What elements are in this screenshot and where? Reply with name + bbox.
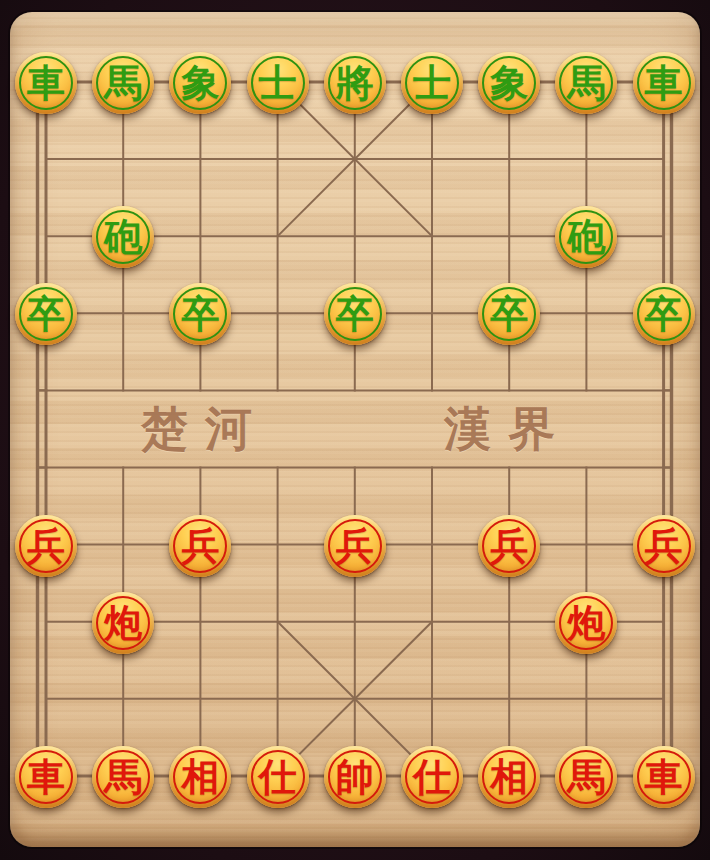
piece-character: 士 [413,52,451,114]
river-label-chu: 楚河 [141,398,269,461]
piece-ring [637,750,691,804]
piece-character: 相 [490,746,528,808]
piece-red-soldier[interactable]: 兵 [324,515,386,577]
piece-green-chariot[interactable]: 車 [633,52,695,114]
piece-character: 車 [645,52,683,114]
piece-character: 砲 [567,206,605,268]
piece-character: 卒 [336,283,374,345]
piece-red-cannon[interactable]: 炮 [555,592,617,654]
piece-ring [96,56,150,110]
piece-green-advisor[interactable]: 士 [247,52,309,114]
piece-character: 兵 [181,515,219,577]
piece-ring [96,210,150,264]
piece-character: 車 [27,746,65,808]
piece-red-advisor[interactable]: 仕 [401,746,463,808]
piece-character: 車 [27,52,65,114]
piece-red-horse[interactable]: 馬 [555,746,617,808]
piece-character: 卒 [181,283,219,345]
piece-character: 馬 [567,746,605,808]
piece-ring [173,750,227,804]
piece-character: 帥 [336,746,374,808]
piece-ring [559,750,613,804]
piece-character: 卒 [645,283,683,345]
piece-ring [482,287,536,341]
piece-character: 卒 [27,283,65,345]
piece-character: 馬 [104,746,142,808]
piece-red-soldier[interactable]: 兵 [478,515,540,577]
river-label-han: 漢界 [444,398,572,461]
piece-green-cannon[interactable]: 砲 [92,206,154,268]
piece-ring [251,56,305,110]
xiangqi-app: 楚河 漢界 車馬象士將士象馬車砲砲卒卒卒卒卒兵兵兵兵兵炮炮車馬相仕帥仕相馬車 [0,0,710,860]
piece-ring [96,750,150,804]
piece-ring [482,750,536,804]
piece-green-horse[interactable]: 馬 [555,52,617,114]
piece-character: 兵 [27,515,65,577]
piece-character: 馬 [567,52,605,114]
piece-red-advisor[interactable]: 仕 [247,746,309,808]
piece-character: 兵 [645,515,683,577]
piece-red-elephant[interactable]: 相 [169,746,231,808]
piece-red-elephant[interactable]: 相 [478,746,540,808]
piece-ring [482,519,536,573]
piece-ring [559,596,613,650]
piece-ring [173,519,227,573]
piece-character: 相 [181,746,219,808]
piece-ring [559,56,613,110]
piece-character: 炮 [104,592,142,654]
piece-character: 兵 [336,515,374,577]
piece-green-soldier[interactable]: 卒 [324,283,386,345]
piece-red-chariot[interactable]: 車 [15,746,77,808]
piece-red-soldier[interactable]: 兵 [169,515,231,577]
piece-green-elephant[interactable]: 象 [478,52,540,114]
piece-red-horse[interactable]: 馬 [92,746,154,808]
piece-ring [19,287,73,341]
piece-ring [559,210,613,264]
piece-ring [405,56,459,110]
piece-red-cannon[interactable]: 炮 [92,592,154,654]
piece-red-general[interactable]: 帥 [324,746,386,808]
piece-ring [405,750,459,804]
piece-ring [328,287,382,341]
piece-character: 仕 [413,746,451,808]
piece-green-soldier[interactable]: 卒 [633,283,695,345]
piece-ring [96,596,150,650]
piece-ring [482,56,536,110]
piece-ring [19,56,73,110]
piece-green-advisor[interactable]: 士 [401,52,463,114]
piece-red-soldier[interactable]: 兵 [633,515,695,577]
piece-character: 卒 [490,283,528,345]
piece-ring [173,287,227,341]
piece-ring [637,56,691,110]
piece-green-elephant[interactable]: 象 [169,52,231,114]
piece-character: 士 [259,52,297,114]
piece-red-soldier[interactable]: 兵 [15,515,77,577]
piece-green-horse[interactable]: 馬 [92,52,154,114]
piece-ring [173,56,227,110]
piece-red-chariot[interactable]: 車 [633,746,695,808]
piece-character: 象 [181,52,219,114]
piece-ring [637,287,691,341]
piece-character: 兵 [490,515,528,577]
piece-ring [637,519,691,573]
piece-character: 仕 [259,746,297,808]
piece-character: 象 [490,52,528,114]
piece-green-general[interactable]: 將 [324,52,386,114]
piece-ring [19,519,73,573]
piece-green-chariot[interactable]: 車 [15,52,77,114]
piece-ring [328,750,382,804]
piece-character: 砲 [104,206,142,268]
piece-green-soldier[interactable]: 卒 [15,283,77,345]
piece-ring [328,56,382,110]
piece-character: 馬 [104,52,142,114]
piece-character: 炮 [567,592,605,654]
piece-character: 車 [645,746,683,808]
piece-ring [251,750,305,804]
xiangqi-board[interactable] [10,12,700,847]
piece-ring [328,519,382,573]
piece-ring [19,750,73,804]
piece-character: 將 [336,52,374,114]
